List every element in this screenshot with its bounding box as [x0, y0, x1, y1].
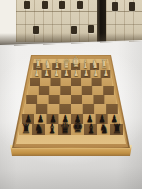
square-c7: ♟ — [46, 114, 58, 125]
square-e7: ♟ — [71, 114, 83, 125]
black-queen: ♛ — [59, 121, 69, 135]
crate-slot — [77, 1, 83, 9]
square-c4 — [50, 86, 61, 95]
square-g3 — [92, 78, 102, 86]
crate-slot — [88, 25, 94, 33]
crate-slot — [59, 1, 65, 9]
square-f6 — [83, 104, 95, 114]
black-pawn: ♟ — [25, 114, 32, 124]
square-b5 — [37, 95, 48, 104]
black-pawn: ♟ — [37, 114, 44, 124]
square-b1: ♞ — [43, 63, 52, 70]
square-f7: ♟ — [83, 114, 95, 125]
square-a3 — [30, 78, 40, 86]
square-h2: ♟ — [101, 70, 111, 78]
square-h4 — [103, 86, 114, 95]
white-pawn: ♟ — [64, 69, 69, 78]
square-a4 — [28, 86, 39, 95]
square-a2: ♟ — [32, 70, 42, 78]
square-e5 — [71, 95, 82, 104]
white-pawn: ♟ — [54, 69, 59, 78]
black-pawn: ♟ — [98, 114, 105, 124]
square-d4 — [60, 86, 71, 95]
board-row: ♟♟♟♟♟♟♟♟ — [22, 114, 120, 125]
square-a7: ♟ — [22, 114, 34, 125]
black-rook: ♜ — [21, 122, 30, 135]
crate-slot — [24, 1, 30, 9]
square-a6 — [24, 104, 36, 114]
white-pawn: ♟ — [34, 69, 39, 78]
square-d7: ♟ — [59, 114, 71, 125]
square-c1: ♝ — [52, 63, 61, 70]
black-bishop: ♝ — [86, 122, 95, 135]
square-f8: ♝ — [84, 124, 97, 135]
board-row: ♟♟♟♟♟♟♟♟ — [32, 70, 111, 78]
square-a1: ♜ — [33, 63, 42, 70]
square-f2: ♟ — [81, 70, 91, 78]
board-row: ♜♞♝♛♚♝♞♜ — [19, 124, 123, 135]
square-f1: ♝ — [80, 63, 89, 70]
white-pawn: ♟ — [103, 69, 108, 78]
square-e3 — [71, 78, 81, 86]
square-a8: ♜ — [19, 124, 32, 135]
square-h3 — [102, 78, 112, 86]
square-c8: ♝ — [45, 124, 58, 135]
crate-slot — [42, 1, 48, 9]
square-b4 — [39, 86, 50, 95]
square-e8: ♚ — [71, 124, 84, 135]
square-h1: ♜ — [99, 63, 108, 70]
crate-slot — [112, 2, 118, 11]
square-d5 — [60, 95, 71, 104]
black-pawn: ♟ — [86, 114, 93, 124]
square-d1: ♛ — [62, 63, 71, 70]
square-h8: ♜ — [110, 124, 123, 135]
board-row — [24, 104, 118, 114]
black-pawn: ♟ — [61, 114, 68, 124]
square-f3 — [81, 78, 91, 86]
square-b2: ♟ — [41, 70, 51, 78]
board-row — [30, 78, 112, 86]
square-g7: ♟ — [96, 114, 108, 125]
square-b7: ♟ — [34, 114, 46, 125]
chess-board: ♜♞♝♛♚♝♞♜♟♟♟♟♟♟♟♟♟♟♟♟♟♟♟♟♜♞♝♛♚♝♞♜ — [12, 55, 130, 148]
square-g6 — [94, 104, 106, 114]
square-a5 — [26, 95, 37, 104]
white-pawn: ♟ — [93, 69, 98, 78]
board-row: ♜♞♝♛♚♝♞♜ — [33, 63, 108, 70]
square-c5 — [49, 95, 60, 104]
crate-slot — [129, 2, 135, 11]
square-g2: ♟ — [91, 70, 101, 78]
square-d3 — [61, 78, 71, 86]
white-pawn: ♟ — [83, 69, 88, 78]
square-c3 — [50, 78, 60, 86]
square-c2: ♟ — [51, 70, 61, 78]
black-pawn: ♟ — [49, 114, 56, 124]
square-e6 — [71, 104, 83, 114]
square-g8: ♞ — [97, 124, 110, 135]
square-e2: ♟ — [71, 70, 81, 78]
white-pawn: ♟ — [44, 69, 49, 78]
square-b8: ♞ — [32, 124, 45, 135]
square-b3 — [40, 78, 50, 86]
square-e1: ♚ — [71, 63, 80, 70]
black-knight: ♞ — [34, 122, 43, 135]
board-row — [26, 95, 116, 104]
square-h7: ♟ — [108, 114, 120, 125]
square-d8: ♛ — [58, 124, 71, 135]
square-h6 — [106, 104, 118, 114]
black-pawn: ♟ — [74, 114, 81, 124]
photo-of-wooden-chess-set: { "game": { "name": "chess", "descriptio… — [0, 0, 142, 189]
square-f5 — [82, 95, 93, 104]
square-e4 — [71, 86, 82, 95]
black-bishop: ♝ — [47, 122, 56, 135]
square-d2: ♟ — [61, 70, 71, 78]
square-g4 — [92, 86, 103, 95]
white-pawn: ♟ — [73, 69, 78, 78]
square-h5 — [105, 95, 116, 104]
square-g5 — [93, 95, 104, 104]
square-f4 — [82, 86, 93, 95]
black-knight: ♞ — [99, 122, 108, 135]
square-d6 — [59, 104, 71, 114]
board-grid: ♜♞♝♛♚♝♞♜♟♟♟♟♟♟♟♟♟♟♟♟♟♟♟♟♜♞♝♛♚♝♞♜ — [19, 63, 123, 136]
board-row — [28, 86, 114, 95]
square-g1: ♞ — [90, 63, 99, 70]
square-c6 — [48, 104, 60, 114]
square-b6 — [36, 104, 48, 114]
black-rook: ♜ — [112, 122, 121, 135]
black-pawn: ♟ — [111, 114, 118, 124]
